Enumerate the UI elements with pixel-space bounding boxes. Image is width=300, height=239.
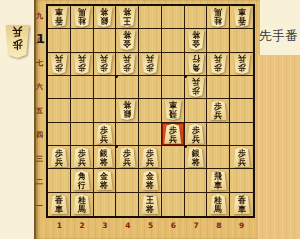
- shogi-piece-歩兵: 歩兵: [118, 147, 136, 167]
- sente-piece: 歩兵: [141, 54, 159, 74]
- shogi-piece-歩兵: 歩兵: [141, 54, 159, 74]
- shogi-piece-歩兵: 歩兵: [50, 54, 68, 74]
- square-f2-r6[interactable]: [71, 76, 94, 99]
- square-f2-r7[interactable]: 歩兵: [71, 53, 94, 76]
- square-f8-r5[interactable]: 歩兵: [207, 99, 230, 122]
- piece-char: 香: [51, 16, 68, 25]
- piece-char: 車: [164, 100, 181, 109]
- square-f1-r6[interactable]: [48, 76, 71, 99]
- shogi-piece-歩兵: 歩兵: [5, 25, 30, 58]
- gote-piece: 飛車: [209, 170, 227, 190]
- gote-piece: 歩兵: [209, 100, 227, 120]
- gote-piece: 香車: [50, 194, 68, 214]
- shogi-piece-銀将: 銀将: [95, 147, 113, 167]
- piece-char: 兵: [233, 158, 250, 167]
- square-f8-r4[interactable]: [207, 123, 230, 146]
- square-f7-r1[interactable]: [185, 193, 208, 216]
- piece-char: 香: [233, 16, 250, 25]
- rank-label-六: 六: [33, 75, 46, 99]
- square-f1-r3[interactable]: 歩兵: [48, 146, 71, 169]
- sente-hand-pawn-count: 1: [36, 31, 45, 46]
- rank-label-九: 九: [33, 4, 46, 28]
- piece-char: 車: [233, 205, 250, 214]
- shogi-piece-歩兵: 歩兵: [187, 77, 205, 97]
- piece-char: 将: [96, 7, 113, 16]
- piece-char: 兵: [233, 54, 250, 63]
- gote-hand-tray: [258, 55, 300, 239]
- piece-char: 兵: [142, 54, 159, 63]
- piece-char: 金: [119, 39, 136, 48]
- square-f4-r8[interactable]: 金将: [116, 29, 139, 52]
- sente-piece: 歩兵: [50, 54, 68, 74]
- piece-char: 兵: [119, 158, 136, 167]
- piece-char: 行: [187, 54, 204, 63]
- shogi-piece-歩兵: 歩兵: [50, 147, 68, 167]
- sente-piece: 桂馬: [209, 7, 227, 27]
- rank-label-七: 七: [33, 52, 46, 76]
- shogi-piece-銀将: 銀将: [187, 147, 205, 167]
- square-f3-r7[interactable]: 歩兵: [94, 53, 117, 76]
- square-f9-r8[interactable]: [230, 29, 253, 52]
- sente-piece: 金将: [118, 30, 136, 50]
- file-label-5: 5: [139, 219, 162, 232]
- file-label-7: 7: [185, 219, 208, 232]
- piece-char: 歩: [96, 63, 113, 72]
- sente-piece: 飛車: [164, 100, 182, 120]
- piece-char: 兵: [73, 158, 90, 167]
- gote-piece: 金将: [141, 170, 159, 190]
- piece-char: 兵: [73, 54, 90, 63]
- square-f6-r2[interactable]: [162, 169, 185, 192]
- square-f6-r8[interactable]: [162, 29, 185, 52]
- gote-piece: 銀将: [187, 147, 205, 167]
- piece-char: 歩: [6, 38, 29, 51]
- rank-label-五: 五: [33, 99, 46, 123]
- sente-piece: 歩兵: [209, 54, 227, 74]
- rank-label-一: 一: [33, 194, 46, 218]
- piece-char: 兵: [119, 54, 136, 63]
- piece-char: 将: [142, 205, 159, 214]
- square-f4-r9[interactable]: 王将: [116, 6, 139, 29]
- gote-piece: 歩兵: [141, 147, 159, 167]
- gote-piece: 角行: [73, 170, 91, 190]
- shogi-piece-香車: 香車: [50, 7, 68, 27]
- square-f1-r4[interactable]: [48, 123, 71, 146]
- file-label-6: 6: [162, 219, 185, 232]
- sente-piece: 銀将: [118, 100, 136, 120]
- rank-label-三: 三: [33, 147, 46, 171]
- square-f2-r3[interactable]: 歩兵: [71, 146, 94, 169]
- shogi-piece-飛車: 飛車: [164, 100, 182, 120]
- piece-char: 歩: [119, 63, 136, 72]
- square-f7-r2[interactable]: [185, 169, 208, 192]
- square-f6-r7[interactable]: [162, 53, 185, 76]
- piece-char: 歩: [142, 63, 159, 72]
- gote-piece: 歩兵: [73, 147, 91, 167]
- shogi-piece-歩兵: 歩兵: [233, 147, 251, 167]
- square-f1-r5[interactable]: [48, 99, 71, 122]
- square-f4-r3[interactable]: 歩兵: [116, 146, 139, 169]
- piece-char: 歩: [51, 63, 68, 72]
- shogi-piece-王将: 王将: [141, 194, 159, 214]
- piece-char: 兵: [96, 54, 113, 63]
- gote-piece: 桂馬: [209, 194, 227, 214]
- shogi-piece-桂馬: 桂馬: [209, 194, 227, 214]
- sente-piece: 香車: [233, 7, 251, 27]
- gote-piece: 桂馬: [73, 194, 91, 214]
- file-label-1: 1: [48, 219, 71, 232]
- square-f5-r3[interactable]: 歩兵: [139, 146, 162, 169]
- shogi-piece-角行: 角行: [73, 170, 91, 190]
- square-f6-r4[interactable]: 歩兵: [162, 123, 185, 146]
- piece-char: 車: [51, 205, 68, 214]
- piece-char: 金: [187, 39, 204, 48]
- piece-char: 将: [187, 30, 204, 39]
- sente-piece: 歩兵: [95, 54, 113, 74]
- piece-char: 歩: [210, 63, 227, 72]
- square-f8-r6[interactable]: [207, 76, 230, 99]
- star-point: [184, 145, 187, 148]
- piece-char: 馬: [210, 7, 227, 16]
- sente-piece: 歩兵: [187, 77, 205, 97]
- square-f4-r7[interactable]: 歩兵: [116, 53, 139, 76]
- piece-char: 馬: [210, 205, 227, 214]
- square-f9-r4[interactable]: [230, 123, 253, 146]
- square-f4-r1[interactable]: [116, 193, 139, 216]
- file-label-9: 9: [230, 219, 253, 232]
- square-f1-r7[interactable]: 歩兵: [48, 53, 71, 76]
- piece-char: 車: [51, 7, 68, 16]
- piece-char: 兵: [187, 77, 204, 86]
- file-label-2: 2: [71, 219, 94, 232]
- square-f9-r5[interactable]: [230, 99, 253, 122]
- square-f7-r3[interactable]: 銀将: [185, 146, 208, 169]
- shogi-piece-桂馬: 桂馬: [73, 194, 91, 214]
- square-f9-r1[interactable]: 香車: [230, 193, 253, 216]
- piece-char: 銀: [96, 16, 113, 25]
- piece-char: 桂: [210, 16, 227, 25]
- piece-char: 飛: [164, 109, 181, 118]
- piece-char: 馬: [73, 7, 90, 16]
- square-f3-r8[interactable]: [94, 29, 117, 52]
- piece-char: 将: [187, 158, 204, 167]
- gote-piece: 歩兵: [187, 124, 205, 144]
- piece-char: 将: [142, 181, 159, 190]
- square-f1-r2[interactable]: [48, 169, 71, 192]
- square-f5-r4[interactable]: [139, 123, 162, 146]
- square-f3-r4[interactable]: 歩兵: [94, 123, 117, 146]
- piece-char: 車: [210, 181, 227, 190]
- star-point: [184, 75, 187, 78]
- sente-piece: 歩兵: [233, 54, 251, 74]
- piece-char: 兵: [210, 54, 227, 63]
- square-f5-r6[interactable]: [139, 76, 162, 99]
- square-f8-r2[interactable]: 飛車: [207, 169, 230, 192]
- gote-piece: 香車: [233, 194, 251, 214]
- square-f3-r2[interactable]: 金将: [94, 169, 117, 192]
- piece-char: 将: [96, 181, 113, 190]
- square-f5-r8[interactable]: [139, 29, 162, 52]
- gote-piece: 歩兵: [50, 147, 68, 167]
- gote-piece: 歩兵: [95, 124, 113, 144]
- shogi-piece-銀将: 銀将: [118, 100, 136, 120]
- shogi-piece-歩兵: 歩兵: [187, 124, 205, 144]
- shogi-piece-歩兵: 歩兵: [118, 54, 136, 74]
- square-f4-r6[interactable]: [116, 76, 139, 99]
- shogi-piece-角行: 角行: [187, 54, 205, 74]
- piece-char: 兵: [187, 135, 204, 144]
- square-f2-r2[interactable]: 角行: [71, 169, 94, 192]
- shogi-piece-歩兵: 歩兵: [209, 100, 227, 120]
- gote-piece: 歩兵: [118, 147, 136, 167]
- square-f6-r6[interactable]: [162, 76, 185, 99]
- square-f3-r1[interactable]: [94, 193, 117, 216]
- gote-piece: 王将: [141, 194, 159, 214]
- sente-piece: 香車: [50, 7, 68, 27]
- square-f3-r6[interactable]: [94, 76, 117, 99]
- square-f6-r9[interactable]: [162, 6, 185, 29]
- square-f6-r5[interactable]: 飛車: [162, 99, 185, 122]
- square-f6-r1[interactable]: [162, 193, 185, 216]
- shogi-piece-王将: 王将: [118, 7, 136, 27]
- shogi-piece-桂馬: 桂馬: [73, 7, 91, 27]
- piece-char: 兵: [164, 135, 181, 144]
- piece-char: 行: [73, 181, 90, 190]
- piece-char: 将: [119, 30, 136, 39]
- square-f3-r9[interactable]: 銀将: [94, 6, 117, 29]
- piece-char: 将: [119, 7, 136, 16]
- sente-piece: 金将: [187, 30, 205, 50]
- square-f4-r2[interactable]: [116, 169, 139, 192]
- piece-char: 桂: [73, 16, 90, 25]
- square-f3-r3[interactable]: 銀将: [94, 146, 117, 169]
- square-f8-r7[interactable]: 歩兵: [207, 53, 230, 76]
- shogi-piece-歩兵: 歩兵: [233, 54, 251, 74]
- piece-char: 歩: [233, 63, 250, 72]
- square-f5-r1[interactable]: 王将: [139, 193, 162, 216]
- piece-char: 兵: [51, 158, 68, 167]
- shogi-piece-銀将: 銀将: [95, 7, 113, 27]
- piece-char: 歩: [187, 86, 204, 95]
- piece-char: 兵: [96, 135, 113, 144]
- square-f9-r6[interactable]: [230, 76, 253, 99]
- shogi-piece-歩兵: 歩兵: [95, 124, 113, 144]
- rank-label-四: 四: [33, 123, 46, 147]
- gote-piece: 金将: [95, 170, 113, 190]
- shogi-piece-香車: 香車: [50, 194, 68, 214]
- sente-hand-pawn[interactable]: 歩兵: [5, 25, 30, 58]
- gote-piece: 歩兵: [164, 124, 182, 144]
- square-f8-r8[interactable]: [207, 29, 230, 52]
- square-f8-r9[interactable]: 桂馬: [207, 6, 230, 29]
- sente-piece: 歩兵: [118, 54, 136, 74]
- star-point: [115, 145, 118, 148]
- sente-piece: 角行: [187, 54, 205, 74]
- sente-piece: 王将: [118, 7, 136, 27]
- shogi-piece-歩兵: 歩兵: [209, 54, 227, 74]
- shogi-piece-歩兵: 歩兵: [164, 124, 182, 144]
- shogi-piece-歩兵: 歩兵: [73, 147, 91, 167]
- shogi-piece-香車: 香車: [233, 7, 251, 27]
- square-f7-r6[interactable]: 歩兵: [185, 76, 208, 99]
- square-f3-r5[interactable]: [94, 99, 117, 122]
- square-f5-r7[interactable]: 歩兵: [139, 53, 162, 76]
- square-f2-r4[interactable]: [71, 123, 94, 146]
- rank-label-二: 二: [33, 170, 46, 194]
- sente-piece: 銀将: [95, 7, 113, 27]
- square-f7-r4[interactable]: 歩兵: [185, 123, 208, 146]
- shogi-piece-金将: 金将: [95, 170, 113, 190]
- square-f4-r5[interactable]: 銀将: [116, 99, 139, 122]
- square-f7-r8[interactable]: 金将: [185, 29, 208, 52]
- file-label-8: 8: [207, 219, 230, 232]
- square-f5-r2[interactable]: 金将: [139, 169, 162, 192]
- square-f5-r9[interactable]: [139, 6, 162, 29]
- turn-indicator: 先手番: [259, 28, 298, 45]
- square-f2-r5[interactable]: [71, 99, 94, 122]
- shogi-piece-金将: 金将: [118, 30, 136, 50]
- piece-char: 兵: [210, 111, 227, 120]
- piece-char: 車: [233, 7, 250, 16]
- piece-char: 兵: [51, 54, 68, 63]
- gote-piece: 歩兵: [233, 147, 251, 167]
- square-f9-r2[interactable]: [230, 169, 253, 192]
- square-f7-r7[interactable]: 角行: [185, 53, 208, 76]
- square-f4-r4[interactable]: [116, 123, 139, 146]
- shogi-piece-金将: 金将: [141, 170, 159, 190]
- square-f5-r5[interactable]: [139, 99, 162, 122]
- shogi-piece-歩兵: 歩兵: [95, 54, 113, 74]
- shogi-board: 香車桂馬銀将王将桂馬香車金将金将歩兵歩兵歩兵歩兵歩兵角行歩兵歩兵歩兵銀将飛車歩兵…: [46, 4, 255, 218]
- square-f8-r1[interactable]: 桂馬: [207, 193, 230, 216]
- square-f9-r7[interactable]: 歩兵: [230, 53, 253, 76]
- square-f8-r3[interactable]: [207, 146, 230, 169]
- piece-char: 角: [187, 63, 204, 72]
- square-f1-r9[interactable]: 香車: [48, 6, 71, 29]
- piece-char: 将: [96, 158, 113, 167]
- square-f1-r8[interactable]: [48, 29, 71, 52]
- gote-piece: 銀将: [95, 147, 113, 167]
- square-f2-r9[interactable]: 桂馬: [71, 6, 94, 29]
- square-f2-r8[interactable]: [71, 29, 94, 52]
- square-f2-r1[interactable]: 桂馬: [71, 193, 94, 216]
- piece-char: 王: [119, 16, 136, 25]
- square-f9-r3[interactable]: 歩兵: [230, 146, 253, 169]
- shogi-piece-香車: 香車: [233, 194, 251, 214]
- sente-piece: 歩兵: [73, 54, 91, 74]
- piece-char: 兵: [6, 25, 29, 38]
- file-labels: 123456789: [48, 219, 253, 232]
- square-f7-r5[interactable]: [185, 99, 208, 122]
- piece-char: 兵: [142, 158, 159, 167]
- file-label-3: 3: [94, 219, 117, 232]
- shogi-piece-歩兵: 歩兵: [73, 54, 91, 74]
- shogi-piece-桂馬: 桂馬: [209, 7, 227, 27]
- square-f7-r9[interactable]: [185, 6, 208, 29]
- piece-char: 歩: [73, 63, 90, 72]
- star-point: [115, 75, 118, 78]
- piece-char: 馬: [73, 205, 90, 214]
- shogi-piece-飛車: 飛車: [209, 170, 227, 190]
- square-f6-r3[interactable]: [162, 146, 185, 169]
- square-f1-r1[interactable]: 香車: [48, 193, 71, 216]
- piece-char: 将: [119, 100, 136, 109]
- shogi-piece-金将: 金将: [187, 30, 205, 50]
- piece-char: 銀: [119, 109, 136, 118]
- square-f9-r9[interactable]: 香車: [230, 6, 253, 29]
- sente-piece: 桂馬: [73, 7, 91, 27]
- file-label-4: 4: [116, 219, 139, 232]
- shogi-piece-歩兵: 歩兵: [141, 147, 159, 167]
